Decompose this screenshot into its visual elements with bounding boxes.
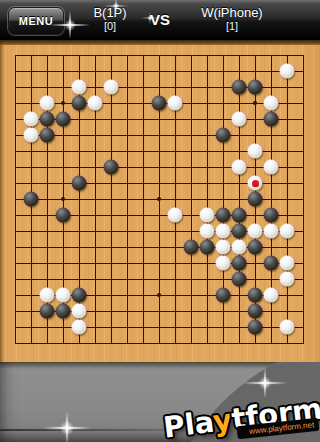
stone-black [24, 192, 39, 207]
stone-black [232, 208, 247, 223]
star-point [61, 197, 65, 201]
stone-white [72, 320, 87, 335]
stone-black [104, 160, 119, 175]
stone-black [40, 128, 55, 143]
stone-white [40, 288, 55, 303]
stone-white [248, 144, 263, 159]
stone-black [40, 304, 55, 319]
stone-black [56, 112, 71, 127]
stone-white [264, 288, 279, 303]
stone-black [232, 224, 247, 239]
stone-black [232, 272, 247, 287]
stone-white [264, 96, 279, 111]
stone-white [56, 288, 71, 303]
stone-black [72, 288, 87, 303]
stone-white [232, 112, 247, 127]
stone-black [248, 288, 263, 303]
stone-black [264, 256, 279, 271]
star-point [157, 197, 161, 201]
black-player-name: B(1P) [68, 6, 152, 20]
stone-black [264, 208, 279, 223]
stone-white [88, 96, 103, 111]
stone-white [248, 176, 263, 191]
game-header: MENU B(1P) [0] VS W(iPhone) [1] [0, 0, 320, 40]
stone-white [280, 272, 295, 287]
star-point [253, 101, 257, 105]
grid-line-horizontal [15, 279, 304, 280]
stone-black [248, 304, 263, 319]
stone-black [248, 192, 263, 207]
stone-white [264, 160, 279, 175]
stone-white [232, 240, 247, 255]
logo-text-pre: Pla [162, 405, 216, 442]
white-captures-count: [1] [184, 20, 280, 32]
stone-white [24, 128, 39, 143]
stone-black [152, 96, 167, 111]
stone-white [72, 80, 87, 95]
grid-line-vertical [287, 55, 288, 344]
go-board[interactable] [0, 40, 320, 362]
star-point [157, 293, 161, 297]
stone-black [248, 80, 263, 95]
stone-white [280, 256, 295, 271]
stone-black [248, 240, 263, 255]
grid-line-horizontal [15, 263, 304, 264]
stone-black [248, 320, 263, 335]
stone-black [216, 128, 231, 143]
stone-white [216, 224, 231, 239]
white-player-info: W(iPhone) [1] [184, 6, 280, 32]
stone-white [168, 96, 183, 111]
grid-line-vertical [207, 55, 208, 344]
stone-white [216, 240, 231, 255]
stone-white [280, 320, 295, 335]
stone-white [24, 112, 39, 127]
stone-black [232, 80, 247, 95]
stone-black [232, 256, 247, 271]
stone-white [280, 224, 295, 239]
grid-line-horizontal [15, 343, 304, 344]
stone-white [72, 304, 87, 319]
grid-line-vertical [303, 55, 304, 344]
last-move-marker [252, 180, 259, 187]
stone-white [280, 64, 295, 79]
watermark-area: Playtform www.playtform.net [0, 362, 320, 442]
stone-black [216, 288, 231, 303]
stone-black [216, 208, 231, 223]
stone-white [248, 224, 263, 239]
stone-black [264, 112, 279, 127]
stone-white [104, 80, 119, 95]
grid-line-vertical [191, 55, 192, 344]
stone-white [200, 208, 215, 223]
stone-white [232, 160, 247, 175]
stone-black [72, 176, 87, 191]
star-point [61, 101, 65, 105]
stone-black [184, 240, 199, 255]
black-player-info: B(1P) [0] [68, 6, 152, 32]
stone-white [40, 96, 55, 111]
stone-black [200, 240, 215, 255]
stone-white [216, 256, 231, 271]
black-captures-count: [0] [68, 20, 152, 32]
go-grid[interactable] [15, 55, 304, 344]
app-screen: MENU B(1P) [0] VS W(iPhone) [1] Playtfor… [0, 0, 320, 442]
white-player-name: W(iPhone) [184, 6, 280, 20]
menu-button[interactable]: MENU [8, 7, 64, 35]
vs-label: VS [142, 11, 178, 28]
stone-black [56, 208, 71, 223]
stone-black [56, 304, 71, 319]
stone-white [168, 208, 183, 223]
stone-black [72, 96, 87, 111]
stone-white [200, 224, 215, 239]
grid-line-vertical [239, 55, 240, 344]
stone-black [40, 112, 55, 127]
stone-white [264, 224, 279, 239]
